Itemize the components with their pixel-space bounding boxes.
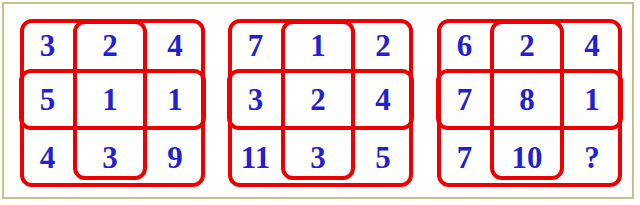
grid-3-cell-r3c2: 10 — [492, 128, 562, 187]
grid-1-cell-r3c1: 4 — [20, 128, 75, 187]
grid-1-cell-r2c2: 1 — [75, 71, 145, 128]
grid-2-cell-r2c1: 3 — [228, 71, 283, 128]
grid-1-cell-r1c1: 3 — [20, 19, 75, 71]
grid-2-cell-r3c2: 3 — [283, 128, 353, 187]
grid-2-cell-r2c2: 2 — [283, 71, 353, 128]
puzzle-grid-2: 7 1 2 3 2 4 11 3 5 — [228, 19, 413, 187]
grid-3-cell-r2c2: 8 — [492, 71, 562, 128]
grid-1-cell-r1c2: 2 — [75, 19, 145, 71]
grid-2-cell-r3c1: 11 — [228, 128, 283, 187]
grid-1-cell-r2c1: 5 — [20, 71, 75, 128]
grid-1-cell-r3c3: 9 — [145, 128, 205, 187]
puzzle-grid-1: 3 2 4 5 1 1 4 3 9 — [20, 19, 205, 187]
grid-1-cell-r3c2: 3 — [75, 128, 145, 187]
grid-3-cell-r1c3: 4 — [562, 19, 622, 71]
grid-3-cell-r2c3: 1 — [562, 71, 622, 128]
grid-2-cell-r1c1: 7 — [228, 19, 283, 71]
grid-2-cell-r3c3: 5 — [353, 128, 413, 187]
puzzle-grid-3: 6 2 4 7 8 1 7 10 ? — [437, 19, 622, 187]
grid-2-cell-r2c3: 4 — [353, 71, 413, 128]
grid-3-cells: 6 2 4 7 8 1 7 10 ? — [437, 19, 622, 187]
puzzle-page: 3 2 4 5 1 1 4 3 9 7 1 2 3 2 4 11 3 5 — [0, 0, 640, 205]
grid-3-cell-r1c2: 2 — [492, 19, 562, 71]
grid-3-cell-r3c3: ? — [562, 128, 622, 187]
grid-3-cell-r3c1: 7 — [437, 128, 492, 187]
grid-1-cell-r2c3: 1 — [145, 71, 205, 128]
grid-3-cell-r1c1: 6 — [437, 19, 492, 71]
grid-2-cell-r1c3: 2 — [353, 19, 413, 71]
grid-1-cells: 3 2 4 5 1 1 4 3 9 — [20, 19, 205, 187]
grid-2-cell-r1c2: 1 — [283, 19, 353, 71]
grid-1-cell-r1c3: 4 — [145, 19, 205, 71]
grid-3-cell-r2c1: 7 — [437, 71, 492, 128]
grid-2-cells: 7 1 2 3 2 4 11 3 5 — [228, 19, 413, 187]
